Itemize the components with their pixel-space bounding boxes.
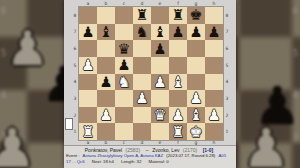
event-line: Event : Astana Zhastylyktary Open A, Ast… (64, 153, 236, 159)
square-g5[interactable] (187, 57, 205, 74)
square-a5[interactable]: ♟ (79, 57, 97, 74)
coord-label: 8 (224, 13, 230, 18)
square-d5[interactable] (133, 57, 151, 74)
square-c5[interactable]: ♟ (115, 57, 133, 74)
coord-label: 6 (72, 46, 78, 51)
square-b4[interactable]: ♟ (97, 74, 115, 91)
square-b3[interactable] (97, 90, 115, 107)
event-details: (2023.07.17, Round 6.28) (166, 153, 215, 158)
square-a4[interactable] (79, 74, 97, 91)
video-frame: ♟♟♟♟♟65436543 abcdefgh abcdefgh 87654321… (0, 0, 300, 168)
last-move: 17 ... Qc6 (66, 159, 85, 164)
coord-label: 1 (72, 129, 78, 134)
square-d6[interactable] (133, 40, 151, 57)
players-separator: -- (145, 147, 148, 153)
square-f6[interactable] (169, 40, 187, 57)
square-c8[interactable] (115, 7, 133, 24)
material-value: 0 (166, 159, 168, 164)
square-c2[interactable] (115, 107, 133, 124)
square-e2[interactable]: ♛ (151, 107, 169, 124)
coord-label: 5 (72, 63, 78, 68)
square-b6[interactable] (97, 40, 115, 57)
square-f5[interactable] (169, 57, 187, 74)
square-d4[interactable] (133, 74, 151, 91)
game-result: [1-0] (203, 147, 214, 153)
white-player-name: Ponkratov, Pavel (85, 147, 122, 153)
square-a3[interactable] (79, 90, 97, 107)
coord-label: 2 (72, 113, 78, 118)
length-value: 32 (137, 159, 142, 164)
white-p-a5[interactable]: ♟ (79, 57, 97, 74)
square-b2[interactable]: ♟ (97, 107, 115, 124)
coord-label: 7 (224, 29, 230, 34)
square-d2[interactable] (133, 107, 151, 124)
black-player-name: Zvonko, Lev (152, 147, 179, 153)
square-d7[interactable]: ♞ (133, 24, 151, 41)
square-h3[interactable] (205, 90, 223, 107)
square-e5[interactable] (151, 57, 169, 74)
square-a7[interactable]: ♟ (79, 24, 97, 41)
white-p-f2[interactable]: ♟ (169, 107, 187, 124)
square-f2[interactable]: ♟ (169, 107, 187, 124)
black-p-a7[interactable]: ♟ (79, 24, 97, 41)
eco-code: A05 (218, 153, 226, 158)
black-q-c6[interactable]: ♛ (115, 40, 133, 57)
square-e3[interactable] (151, 90, 169, 107)
background-rank-digit: 3 (293, 134, 298, 142)
white-p-h2[interactable]: ♟ (205, 107, 223, 124)
square-e4[interactable]: ♟ (151, 74, 169, 91)
square-g3[interactable]: ♟ (187, 90, 205, 107)
square-d1[interactable] (133, 123, 151, 140)
white-player-elo: (2583) (126, 147, 140, 153)
square-d8[interactable]: ♜ (133, 7, 151, 24)
black-b-b7[interactable]: ♝ (97, 24, 115, 41)
background-rank-digit: 6 (293, 8, 298, 16)
square-g4[interactable] (187, 74, 205, 91)
length-label: Length: (121, 159, 135, 164)
white-k-g1[interactable]: ♚ (187, 123, 205, 140)
background-white-pawn: ♟ (0, 122, 36, 168)
background-rank-digit: 5 (293, 50, 298, 58)
square-f1[interactable]: ♜ (169, 123, 187, 140)
square-a8[interactable] (79, 7, 97, 24)
coord-label: 6 (224, 46, 230, 51)
side-to-move-indicator-white (65, 118, 73, 130)
square-h8[interactable] (205, 7, 223, 24)
square-c1[interactable] (115, 123, 133, 140)
square-a1[interactable]: ♜ (79, 123, 97, 140)
square-e8[interactable] (151, 7, 169, 24)
square-b1[interactable] (97, 123, 115, 140)
background-rank-digit: 5 (1, 50, 6, 58)
next-label: Next: (92, 159, 102, 164)
square-a2[interactable] (79, 107, 97, 124)
coord-label: 3 (224, 96, 230, 101)
black-k-g8[interactable]: ♚ (187, 7, 205, 24)
coord-label: 8 (72, 13, 78, 18)
square-e1[interactable] (151, 123, 169, 140)
square-c3[interactable] (115, 90, 133, 107)
coord-label: 1 (224, 129, 230, 134)
square-d3[interactable]: ♟ (133, 90, 151, 107)
square-c7[interactable] (115, 24, 133, 41)
coord-label: 3 (72, 96, 78, 101)
square-f7[interactable]: ♟ (169, 24, 187, 41)
game-info-caption: Ponkratov, Pavel (2583) -- Zvonko, Lev (… (64, 145, 236, 168)
black-p-h7[interactable]: ♟ (205, 24, 223, 41)
file-labels-top: abcdefgh (79, 0, 223, 7)
square-c6[interactable]: ♛ (115, 40, 133, 57)
chess-viewer-panel: abcdefgh abcdefgh 87654321 87654321 ♜♜♚♟… (64, 0, 236, 168)
square-g7[interactable]: ♟ (187, 24, 205, 41)
square-h7[interactable]: ♟ (205, 24, 223, 41)
coord-label: 5 (224, 63, 230, 68)
square-b5[interactable] (97, 57, 115, 74)
white-p-b2[interactable]: ♟ (97, 107, 115, 124)
black-b-e7[interactable]: ♝ (151, 24, 169, 41)
square-h4[interactable] (205, 74, 223, 91)
square-h2[interactable]: ♟ (205, 107, 223, 124)
white-p-d3[interactable]: ♟ (133, 90, 151, 107)
white-b-g2[interactable]: ♝ (187, 107, 205, 124)
square-g8[interactable]: ♚ (187, 7, 205, 24)
square-h5[interactable] (205, 57, 223, 74)
rank-labels-left: 87654321 (72, 7, 78, 140)
square-f8[interactable]: ♜ (169, 7, 187, 24)
event-label: Event : (66, 153, 79, 158)
square-f3[interactable] (169, 90, 187, 107)
square-g1[interactable]: ♚ (187, 123, 205, 140)
white-q-e2[interactable]: ♛ (151, 107, 169, 124)
moves-line: 17 ... Qc6 Next: 18.h4 Length: 32 Materi… (64, 159, 236, 165)
black-p-b4[interactable]: ♟ (97, 74, 115, 91)
event-name: Astana Zhastylyktary Open A, Astana KAZ (83, 153, 164, 158)
black-player-elo: (2170) (183, 147, 197, 153)
square-b8[interactable] (97, 7, 115, 24)
coord-label: 7 (72, 29, 78, 34)
background-rank-digit: 4 (293, 92, 298, 100)
coord-label: 4 (224, 79, 230, 84)
square-c4[interactable]: ♞ (115, 74, 133, 91)
white-b-f4[interactable]: ♝ (169, 74, 187, 91)
black-n-d7[interactable]: ♞ (133, 24, 151, 41)
background-white-pawn: ♟ (242, 122, 290, 168)
chess-board[interactable]: ♜♜♚♟♝♞♝♟♟♟♛♟♟♟♟♞♟♝♟♟♟♛♟♝♟♜♜♚ (79, 7, 223, 140)
square-e7[interactable]: ♝ (151, 24, 169, 41)
white-n-c4[interactable]: ♞ (115, 74, 133, 91)
background-rank-digit: 4 (1, 92, 6, 100)
coord-label: 4 (72, 79, 78, 84)
background-rank-digit: 3 (1, 134, 6, 142)
square-g2[interactable]: ♝ (187, 107, 205, 124)
background-rank-digit: 6 (1, 8, 6, 16)
black-r-d8[interactable]: ♜ (133, 7, 151, 24)
black-p-c5[interactable]: ♟ (115, 57, 133, 74)
square-g6[interactable] (187, 40, 205, 57)
square-f4[interactable]: ♝ (169, 74, 187, 91)
material-label: Material: (149, 159, 165, 164)
white-p-g3[interactable]: ♟ (187, 90, 205, 107)
black-p-e6[interactable]: ♟ (151, 40, 169, 57)
black-r-f8[interactable]: ♜ (169, 7, 187, 24)
coord-label: 2 (224, 113, 230, 118)
square-h1[interactable] (205, 123, 223, 140)
square-h6[interactable] (205, 40, 223, 57)
square-b7[interactable]: ♝ (97, 24, 115, 41)
black-p-g7[interactable]: ♟ (187, 24, 205, 41)
next-move: 18.h4 (103, 159, 114, 164)
white-p-e4[interactable]: ♟ (151, 74, 169, 91)
white-r-f1[interactable]: ♜ (169, 123, 187, 140)
square-a6[interactable] (79, 40, 97, 57)
rank-labels-right: 87654321 (224, 7, 230, 140)
square-e6[interactable]: ♟ (151, 40, 169, 57)
white-r-a1[interactable]: ♜ (79, 123, 97, 140)
black-p-f7[interactable]: ♟ (169, 24, 187, 41)
